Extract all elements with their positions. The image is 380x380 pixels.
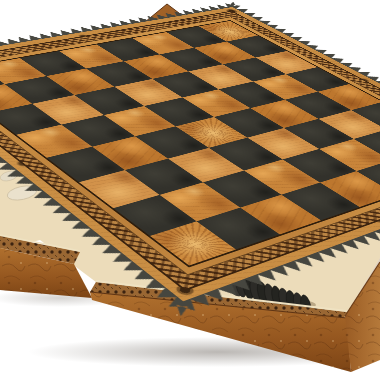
chess-set-photo [0,0,380,380]
